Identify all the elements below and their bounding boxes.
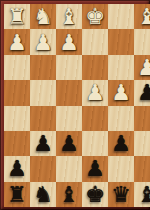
square-e1[interactable]: ♚ bbox=[82, 4, 108, 29]
square-c4[interactable]: ♟ bbox=[134, 80, 150, 105]
black-pawn: ♟ bbox=[111, 131, 131, 156]
black-pawn: ♟ bbox=[137, 80, 150, 105]
square-g4[interactable] bbox=[30, 80, 56, 105]
white-pawn: ♟ bbox=[137, 55, 150, 80]
square-f7[interactable] bbox=[56, 156, 82, 181]
square-h3[interactable] bbox=[4, 55, 30, 80]
square-h4[interactable] bbox=[4, 80, 30, 105]
square-c6[interactable] bbox=[134, 131, 150, 156]
square-c1[interactable]: ♝ bbox=[134, 4, 150, 29]
square-g2[interactable]: ♟ bbox=[30, 29, 56, 54]
square-c3[interactable]: ♟ bbox=[134, 55, 150, 80]
square-h5[interactable] bbox=[4, 106, 30, 131]
black-bishop: ♝ bbox=[137, 182, 150, 207]
square-f3[interactable] bbox=[56, 55, 82, 80]
board-frame: ♜♞♝♚♝♟♟♟♟♟♟♟♟♟♟♟♟♜♞♝♚♛♝ bbox=[0, 0, 150, 210]
square-d5[interactable] bbox=[108, 106, 134, 131]
square-f8[interactable]: ♝ bbox=[56, 182, 82, 207]
square-g7[interactable] bbox=[30, 156, 56, 181]
white-bishop: ♝ bbox=[137, 4, 150, 29]
white-pawn: ♟ bbox=[111, 80, 131, 105]
square-g5[interactable] bbox=[30, 106, 56, 131]
square-d4[interactable]: ♟ bbox=[108, 80, 134, 105]
white-king: ♚ bbox=[85, 4, 105, 29]
square-f5[interactable] bbox=[56, 106, 82, 131]
white-knight: ♞ bbox=[33, 4, 53, 29]
white-pawn: ♟ bbox=[7, 30, 27, 55]
black-knight: ♞ bbox=[33, 182, 53, 207]
square-e8[interactable]: ♚ bbox=[82, 182, 108, 207]
square-g6[interactable]: ♟ bbox=[30, 131, 56, 156]
square-h1[interactable]: ♜ bbox=[4, 4, 30, 29]
square-h2[interactable]: ♟ bbox=[4, 29, 30, 54]
chess-board: ♜♞♝♚♝♟♟♟♟♟♟♟♟♟♟♟♟♜♞♝♚♛♝ bbox=[4, 4, 150, 207]
black-pawn: ♟ bbox=[85, 156, 105, 181]
square-c8[interactable]: ♝ bbox=[134, 182, 150, 207]
square-f1[interactable]: ♝ bbox=[56, 4, 82, 29]
square-d6[interactable]: ♟ bbox=[108, 131, 134, 156]
square-f6[interactable]: ♟ bbox=[56, 131, 82, 156]
square-g8[interactable]: ♞ bbox=[30, 182, 56, 207]
square-c5[interactable] bbox=[134, 106, 150, 131]
square-e6[interactable] bbox=[82, 131, 108, 156]
square-e5[interactable] bbox=[82, 106, 108, 131]
black-queen: ♛ bbox=[111, 182, 131, 207]
square-e7[interactable]: ♟ bbox=[82, 156, 108, 181]
square-e4[interactable]: ♟ bbox=[82, 80, 108, 105]
square-c7[interactable] bbox=[134, 156, 150, 181]
square-c2[interactable] bbox=[134, 29, 150, 54]
black-pawn: ♟ bbox=[59, 131, 79, 156]
square-d8[interactable]: ♛ bbox=[108, 182, 134, 207]
white-bishop: ♝ bbox=[59, 4, 79, 29]
black-pawn: ♟ bbox=[33, 131, 53, 156]
black-rook: ♜ bbox=[7, 182, 27, 207]
square-h7[interactable]: ♟ bbox=[4, 156, 30, 181]
square-d2[interactable] bbox=[108, 29, 134, 54]
square-e3[interactable] bbox=[82, 55, 108, 80]
square-d1[interactable] bbox=[108, 4, 134, 29]
black-king: ♚ bbox=[85, 182, 105, 207]
white-rook: ♜ bbox=[7, 4, 27, 29]
square-h8[interactable]: ♜ bbox=[4, 182, 30, 207]
square-f4[interactable] bbox=[56, 80, 82, 105]
square-f2[interactable]: ♟ bbox=[56, 29, 82, 54]
black-pawn: ♟ bbox=[7, 156, 27, 181]
white-pawn: ♟ bbox=[59, 30, 79, 55]
white-pawn: ♟ bbox=[85, 80, 105, 105]
square-d3[interactable] bbox=[108, 55, 134, 80]
black-bishop: ♝ bbox=[59, 182, 79, 207]
square-h6[interactable] bbox=[4, 131, 30, 156]
square-d7[interactable] bbox=[108, 156, 134, 181]
white-pawn: ♟ bbox=[33, 30, 53, 55]
square-g3[interactable] bbox=[30, 55, 56, 80]
square-g1[interactable]: ♞ bbox=[30, 4, 56, 29]
square-e2[interactable] bbox=[82, 29, 108, 54]
